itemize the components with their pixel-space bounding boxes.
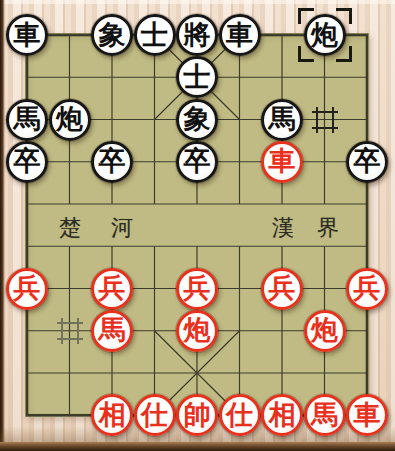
piece-red-horse[interactable]: 馬 (304, 394, 346, 436)
piece-black-horse[interactable]: 馬 (261, 99, 303, 141)
piece-black-general[interactable]: 將 (176, 14, 218, 56)
board-field[interactable]: 楚河 漢界 車象士將車炮士馬炮象馬卒卒卒車卒兵兵兵兵兵馬炮炮相仕帥仕相馬車 (25, 33, 369, 417)
last-move-from-marker (310, 105, 340, 135)
piece-red-soldier[interactable]: 兵 (91, 268, 133, 310)
piece-black-chariot[interactable]: 車 (6, 14, 48, 56)
xiangqi-app: 楚河 漢界 車象士將車炮士馬炮象馬卒卒卒車卒兵兵兵兵兵馬炮炮相仕帥仕相馬車 (0, 0, 395, 451)
prev-move-from-marker (55, 316, 85, 346)
piece-black-elephant[interactable]: 象 (176, 99, 218, 141)
board-frame-top (0, 0, 395, 4)
board-frame-bottom (0, 442, 395, 451)
piece-black-advisor[interactable]: 士 (176, 56, 218, 98)
piece-red-soldier[interactable]: 兵 (176, 268, 218, 310)
piece-red-soldier[interactable]: 兵 (6, 268, 48, 310)
piece-red-general[interactable]: 帥 (176, 394, 218, 436)
piece-red-elephant[interactable]: 相 (91, 394, 133, 436)
piece-black-horse[interactable]: 馬 (6, 99, 48, 141)
piece-black-soldier[interactable]: 卒 (6, 141, 48, 183)
piece-red-cannon[interactable]: 炮 (304, 310, 346, 352)
piece-black-cannon[interactable]: 炮 (304, 14, 346, 56)
piece-black-advisor[interactable]: 士 (134, 14, 176, 56)
river-label-right: 漢界 (272, 213, 362, 243)
piece-black-cannon[interactable]: 炮 (49, 99, 91, 141)
piece-red-soldier[interactable]: 兵 (261, 268, 303, 310)
piece-black-chariot[interactable]: 車 (219, 14, 261, 56)
piece-red-chariot[interactable]: 車 (261, 141, 303, 183)
piece-black-soldier[interactable]: 卒 (91, 141, 133, 183)
river-label-left: 楚河 (59, 213, 163, 243)
piece-red-advisor[interactable]: 仕 (134, 394, 176, 436)
board-frame-left (0, 0, 5, 451)
piece-red-advisor[interactable]: 仕 (219, 394, 261, 436)
piece-black-soldier[interactable]: 卒 (176, 141, 218, 183)
piece-black-elephant[interactable]: 象 (91, 14, 133, 56)
piece-red-soldier[interactable]: 兵 (346, 268, 388, 310)
piece-red-horse[interactable]: 馬 (91, 310, 133, 352)
piece-red-cannon[interactable]: 炮 (176, 310, 218, 352)
piece-red-chariot[interactable]: 車 (346, 394, 388, 436)
piece-black-soldier[interactable]: 卒 (346, 141, 388, 183)
piece-red-elephant[interactable]: 相 (261, 394, 303, 436)
